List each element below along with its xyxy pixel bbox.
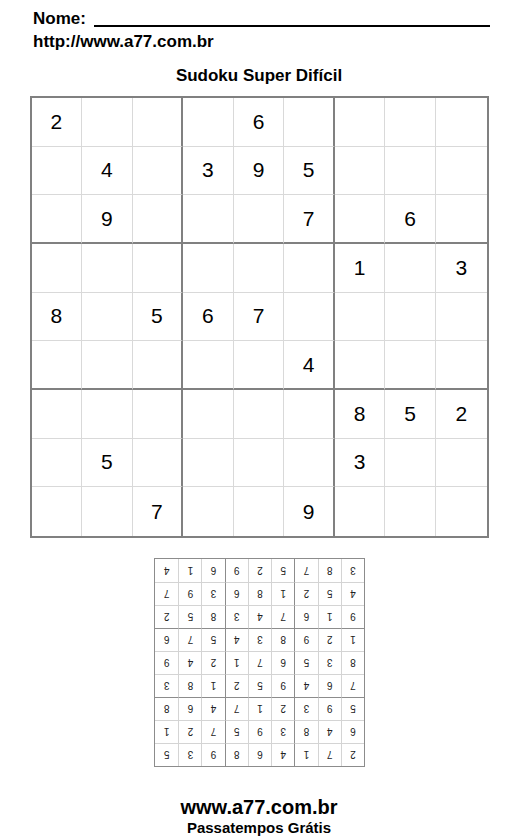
solution-cell-r2c2: 4 — [317, 720, 340, 743]
puzzle-cell-r2c6: 5 — [284, 147, 335, 196]
solution-cell-r1c7: 9 — [201, 743, 224, 766]
solution-cell-r5c3: 5 — [294, 651, 317, 674]
solution-cell-r1c9: 5 — [155, 743, 178, 766]
solution-cell-r5c7: 2 — [201, 651, 224, 674]
puzzle-cell-r3c4 — [183, 195, 234, 244]
puzzle-cell-r1c8 — [385, 98, 436, 147]
puzzle-cell-r3c7 — [335, 195, 386, 244]
puzzle-cell-r5c1: 8 — [32, 293, 83, 342]
page-header: Nome: http://www.a77.com.br — [33, 8, 490, 52]
puzzle-cell-r8c8 — [385, 439, 436, 488]
puzzle-cell-r9c7 — [335, 487, 386, 536]
solution-cell-r2c8: 2 — [178, 720, 201, 743]
puzzle-cell-r3c5 — [234, 195, 285, 244]
solution-cell-r3c5: 1 — [247, 697, 270, 720]
solution-cell-r5c8: 4 — [178, 651, 201, 674]
puzzle-cell-r6c9 — [436, 341, 487, 390]
puzzle-grid: 26439597613856748525379 — [30, 96, 489, 538]
solution-grid-upside-down: 2714689356483957215932174687649521838356… — [154, 558, 365, 767]
puzzle-cell-r1c2 — [82, 98, 133, 147]
puzzle-cell-r1c1: 2 — [32, 98, 83, 147]
page-footer: www.a77.com.br Passatempos Grátis — [0, 795, 518, 837]
puzzle-cell-r1c5: 6 — [234, 98, 285, 147]
solution-cell-r4c7: 1 — [201, 674, 224, 697]
solution-cell-r1c5: 6 — [247, 743, 270, 766]
solution-cell-r5c4: 6 — [271, 651, 294, 674]
solution-cell-r6c3: 9 — [294, 628, 317, 651]
site-url-text: http://www.a77.com.br — [33, 31, 490, 52]
puzzle-cell-r6c4 — [183, 341, 234, 390]
solution-cell-r3c4: 2 — [271, 697, 294, 720]
puzzle-cell-r2c2: 4 — [82, 147, 133, 196]
name-row: Nome: — [33, 8, 490, 29]
solution-cell-r2c7: 7 — [201, 720, 224, 743]
solution-cell-r9c2: 8 — [317, 559, 340, 582]
puzzle-cell-r9c3: 7 — [133, 487, 184, 536]
solution-cell-r8c1: 4 — [340, 582, 363, 605]
puzzle-cell-r5c3: 5 — [133, 293, 184, 342]
solution-cell-r6c7: 5 — [201, 628, 224, 651]
puzzle-cell-r6c7 — [335, 341, 386, 390]
puzzle-cell-r4c3 — [133, 244, 184, 293]
puzzle-cell-r7c2 — [82, 390, 133, 439]
puzzle-cell-r5c6 — [284, 293, 335, 342]
puzzle-cell-r5c4: 6 — [183, 293, 234, 342]
solution-cell-r9c7: 6 — [201, 559, 224, 582]
solution-cell-r2c3: 8 — [294, 720, 317, 743]
solution-cell-r4c9: 3 — [155, 674, 178, 697]
puzzle-cell-r8c4 — [183, 439, 234, 488]
puzzle-cell-r1c6 — [284, 98, 335, 147]
solution-cell-r6c5: 3 — [247, 628, 270, 651]
puzzle-cell-r6c1 — [32, 341, 83, 390]
solution-cell-r5c5: 7 — [247, 651, 270, 674]
puzzle-cell-r8c3 — [133, 439, 184, 488]
solution-cell-r5c6: 1 — [224, 651, 247, 674]
solution-cell-r5c9: 9 — [155, 651, 178, 674]
puzzle-cell-r4c4 — [183, 244, 234, 293]
puzzle-cell-r3c2: 9 — [82, 195, 133, 244]
puzzle-cell-r5c2 — [82, 293, 133, 342]
solution-cell-r8c9: 7 — [155, 582, 178, 605]
solution-cell-r7c5: 4 — [247, 605, 270, 628]
puzzle-cell-r2c3 — [133, 147, 184, 196]
puzzle-cell-r4c9: 3 — [436, 244, 487, 293]
solution-cell-r8c3: 2 — [294, 582, 317, 605]
puzzle-cell-r5c5: 7 — [234, 293, 285, 342]
solution-cell-r7c9: 2 — [155, 605, 178, 628]
solution-cell-r7c3: 6 — [294, 605, 317, 628]
solution-cell-r5c2: 3 — [317, 651, 340, 674]
solution-cell-r1c4: 4 — [271, 743, 294, 766]
solution-cell-r6c4: 8 — [271, 628, 294, 651]
puzzle-cell-r8c9 — [436, 439, 487, 488]
solution-cell-r4c6: 2 — [224, 674, 247, 697]
puzzle-cell-r7c7: 8 — [335, 390, 386, 439]
solution-cell-r4c4: 9 — [271, 674, 294, 697]
solution-cell-r7c4: 7 — [271, 605, 294, 628]
puzzle-cell-r8c7: 3 — [335, 439, 386, 488]
solution-cell-r9c5: 2 — [247, 559, 270, 582]
solution-cell-r4c3: 4 — [294, 674, 317, 697]
puzzle-cell-r4c7: 1 — [335, 244, 386, 293]
solution-cell-r3c3: 3 — [294, 697, 317, 720]
puzzle-cell-r2c1 — [32, 147, 83, 196]
solution-cell-r1c2: 7 — [317, 743, 340, 766]
solution-cell-r4c1: 7 — [340, 674, 363, 697]
puzzle-cell-r5c8 — [385, 293, 436, 342]
puzzle-cell-r4c6 — [284, 244, 335, 293]
solution-cell-r6c8: 7 — [178, 628, 201, 651]
solution-cell-r7c6: 3 — [224, 605, 247, 628]
puzzle-cell-r7c8: 5 — [385, 390, 436, 439]
puzzle-cell-r7c6 — [284, 390, 335, 439]
solution-cell-r7c7: 8 — [201, 605, 224, 628]
puzzle-cell-r3c6: 7 — [284, 195, 335, 244]
puzzle-cell-r8c5 — [234, 439, 285, 488]
solution-cell-r9c4: 5 — [271, 559, 294, 582]
solution-cell-r4c8: 8 — [178, 674, 201, 697]
puzzle-cell-r9c5 — [234, 487, 285, 536]
solution-cell-r8c2: 5 — [317, 582, 340, 605]
puzzle-cell-r4c8 — [385, 244, 436, 293]
solution-cell-r3c6: 7 — [224, 697, 247, 720]
puzzle-cell-r2c4: 3 — [183, 147, 234, 196]
puzzle-cell-r9c6: 9 — [284, 487, 335, 536]
puzzle-cell-r2c8 — [385, 147, 436, 196]
puzzle-cell-r6c6: 4 — [284, 341, 335, 390]
solution-cell-r3c9: 8 — [155, 697, 178, 720]
puzzle-cell-r1c9 — [436, 98, 487, 147]
solution-cell-r8c4: 1 — [271, 582, 294, 605]
solution-cell-r3c7: 4 — [201, 697, 224, 720]
puzzle-cell-r9c8 — [385, 487, 436, 536]
puzzle-cell-r8c1 — [32, 439, 83, 488]
puzzle-title: Sudoku Super Difícil — [0, 65, 518, 86]
puzzle-cell-r9c9 — [436, 487, 487, 536]
solution-cell-r4c5: 5 — [247, 674, 270, 697]
solution-cell-r2c1: 6 — [340, 720, 363, 743]
puzzle-cell-r4c2 — [82, 244, 133, 293]
puzzle-cell-r5c7 — [335, 293, 386, 342]
solution-cell-r1c8: 3 — [178, 743, 201, 766]
puzzle-cell-r3c1 — [32, 195, 83, 244]
solution-cell-r5c1: 8 — [340, 651, 363, 674]
puzzle-cell-r2c9 — [436, 147, 487, 196]
solution-cell-r1c3: 1 — [294, 743, 317, 766]
solution-cell-r3c1: 5 — [340, 697, 363, 720]
solution-cell-r7c8: 5 — [178, 605, 201, 628]
puzzle-cell-r3c8: 6 — [385, 195, 436, 244]
name-label: Nome: — [33, 8, 86, 29]
footer-site: www.a77.com.br — [0, 795, 518, 819]
puzzle-cell-r6c5 — [234, 341, 285, 390]
solution-cell-r2c4: 3 — [271, 720, 294, 743]
puzzle-cell-r6c3 — [133, 341, 184, 390]
puzzle-cell-r7c9: 2 — [436, 390, 487, 439]
solution-cell-r7c2: 1 — [317, 605, 340, 628]
solution-cell-r9c1: 3 — [340, 559, 363, 582]
puzzle-cell-r7c3 — [133, 390, 184, 439]
footer-tagline: Passatempos Grátis — [0, 819, 518, 837]
solution-cell-r6c2: 2 — [317, 628, 340, 651]
puzzle-cell-r1c3 — [133, 98, 184, 147]
puzzle-cell-r6c8 — [385, 341, 436, 390]
solution-cell-r4c2: 6 — [317, 674, 340, 697]
solution-cell-r8c6: 6 — [224, 582, 247, 605]
solution-cell-r7c1: 9 — [340, 605, 363, 628]
name-blank-line — [94, 24, 490, 27]
puzzle-cell-r2c5: 9 — [234, 147, 285, 196]
solution-cell-r6c1: 1 — [340, 628, 363, 651]
solution-cell-r9c8: 1 — [178, 559, 201, 582]
puzzle-cell-r8c6 — [284, 439, 335, 488]
solution-cell-r8c5: 8 — [247, 582, 270, 605]
puzzle-cell-r4c1 — [32, 244, 83, 293]
solution-cell-r8c7: 3 — [201, 582, 224, 605]
puzzle-cell-r7c5 — [234, 390, 285, 439]
solution-cell-r2c6: 5 — [224, 720, 247, 743]
solution-cell-r6c6: 4 — [224, 628, 247, 651]
solution-cell-r1c1: 2 — [340, 743, 363, 766]
solution-cell-r9c9: 4 — [155, 559, 178, 582]
puzzle-cell-r7c1 — [32, 390, 83, 439]
puzzle-cell-r9c4 — [183, 487, 234, 536]
puzzle-cell-r9c1 — [32, 487, 83, 536]
solution-cell-r1c6: 8 — [224, 743, 247, 766]
solution-cell-r2c9: 1 — [155, 720, 178, 743]
solution-cell-r3c8: 6 — [178, 697, 201, 720]
solution-cell-r8c8: 9 — [178, 582, 201, 605]
puzzle-cell-r8c2: 5 — [82, 439, 133, 488]
solution-cell-r6c9: 6 — [155, 628, 178, 651]
puzzle-cell-r3c3 — [133, 195, 184, 244]
puzzle-cell-r1c7 — [335, 98, 386, 147]
solution-cell-r9c6: 9 — [224, 559, 247, 582]
puzzle-cell-r3c9 — [436, 195, 487, 244]
puzzle-cell-r9c2 — [82, 487, 133, 536]
puzzle-cell-r1c4 — [183, 98, 234, 147]
puzzle-cell-r7c4 — [183, 390, 234, 439]
puzzle-cell-r5c9 — [436, 293, 487, 342]
puzzle-cell-r2c7 — [335, 147, 386, 196]
solution-cell-r9c3: 7 — [294, 559, 317, 582]
puzzle-cell-r4c5 — [234, 244, 285, 293]
solution-cell-r2c5: 9 — [247, 720, 270, 743]
solution-cell-r3c2: 9 — [317, 697, 340, 720]
puzzle-cell-r6c2 — [82, 341, 133, 390]
